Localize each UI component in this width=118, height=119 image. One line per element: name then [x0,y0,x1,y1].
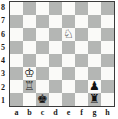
square-g8[interactable] [88,2,101,15]
file-label-h: h [101,107,114,119]
square-c4[interactable] [36,54,49,67]
square-g6[interactable] [88,28,101,41]
square-d4[interactable] [49,54,62,67]
square-b2[interactable]: ♖ [23,80,36,93]
square-e1[interactable] [62,93,75,106]
rank-label-6: 6 [0,28,9,41]
square-f4[interactable] [75,54,88,67]
square-c5[interactable] [36,41,49,54]
square-a1[interactable] [10,93,23,106]
black-rook[interactable]: ♜ [88,93,101,106]
square-e2[interactable] [62,80,75,93]
square-c7[interactable] [36,15,49,28]
square-h7[interactable] [101,15,114,28]
square-g5[interactable] [88,41,101,54]
square-c8[interactable] [36,2,49,15]
white-rook[interactable]: ♖ [23,80,36,93]
square-h4[interactable] [101,54,114,67]
square-e5[interactable] [62,41,75,54]
rank-label-7: 7 [0,14,9,27]
square-f1[interactable] [75,93,88,106]
rank-label-8: 8 [0,1,9,14]
square-b8[interactable] [23,2,36,15]
rank-label-5: 5 [0,41,9,54]
chess-board: ♘♔♖♟♚♜ [9,1,115,107]
file-label-g: g [88,107,101,119]
file-label-d: d [49,107,62,119]
file-label-c: c [36,107,49,119]
square-d8[interactable] [49,2,62,15]
square-e3[interactable] [62,67,75,80]
square-f2[interactable] [75,80,88,93]
square-d5[interactable] [49,41,62,54]
square-b5[interactable] [23,41,36,54]
square-b1[interactable] [23,93,36,106]
file-label-a: a [10,107,23,119]
square-c6[interactable] [36,28,49,41]
file-labels: abcdefgh [10,107,114,119]
square-f3[interactable] [75,67,88,80]
square-h8[interactable] [101,2,114,15]
square-d2[interactable] [49,80,62,93]
square-a7[interactable] [10,15,23,28]
square-a3[interactable] [10,67,23,80]
square-d7[interactable] [49,15,62,28]
square-a8[interactable] [10,2,23,15]
square-a4[interactable] [10,54,23,67]
square-h6[interactable] [101,28,114,41]
square-e4[interactable] [62,54,75,67]
chess-diagram: 87654321 ♘♔♖♟♚♜ abcdefgh [0,0,118,119]
rank-label-3: 3 [0,67,9,80]
square-b6[interactable] [23,28,36,41]
square-b7[interactable] [23,15,36,28]
square-d3[interactable] [49,67,62,80]
file-label-e: e [62,107,75,119]
rank-label-2: 2 [0,81,9,94]
rank-labels: 87654321 [0,1,9,107]
square-a6[interactable] [10,28,23,41]
rank-label-4: 4 [0,54,9,67]
square-f8[interactable] [75,2,88,15]
file-label-b: b [23,107,36,119]
rank-label-1: 1 [0,94,9,107]
square-h1[interactable] [101,93,114,106]
square-h2[interactable] [101,80,114,93]
square-g4[interactable] [88,54,101,67]
square-f6[interactable] [75,28,88,41]
square-d6[interactable] [49,28,62,41]
square-e8[interactable] [62,2,75,15]
white-knight[interactable]: ♘ [62,28,75,41]
square-g7[interactable] [88,15,101,28]
square-c1[interactable]: ♚ [36,93,49,106]
square-g1[interactable]: ♜ [88,93,101,106]
square-f7[interactable] [75,15,88,28]
square-h3[interactable] [101,67,114,80]
black-king[interactable]: ♚ [36,93,49,106]
square-h5[interactable] [101,41,114,54]
square-a2[interactable] [10,80,23,93]
square-d1[interactable] [49,93,62,106]
file-label-f: f [75,107,88,119]
square-e6[interactable]: ♘ [62,28,75,41]
square-a5[interactable] [10,41,23,54]
square-f5[interactable] [75,41,88,54]
square-c3[interactable] [36,67,49,80]
